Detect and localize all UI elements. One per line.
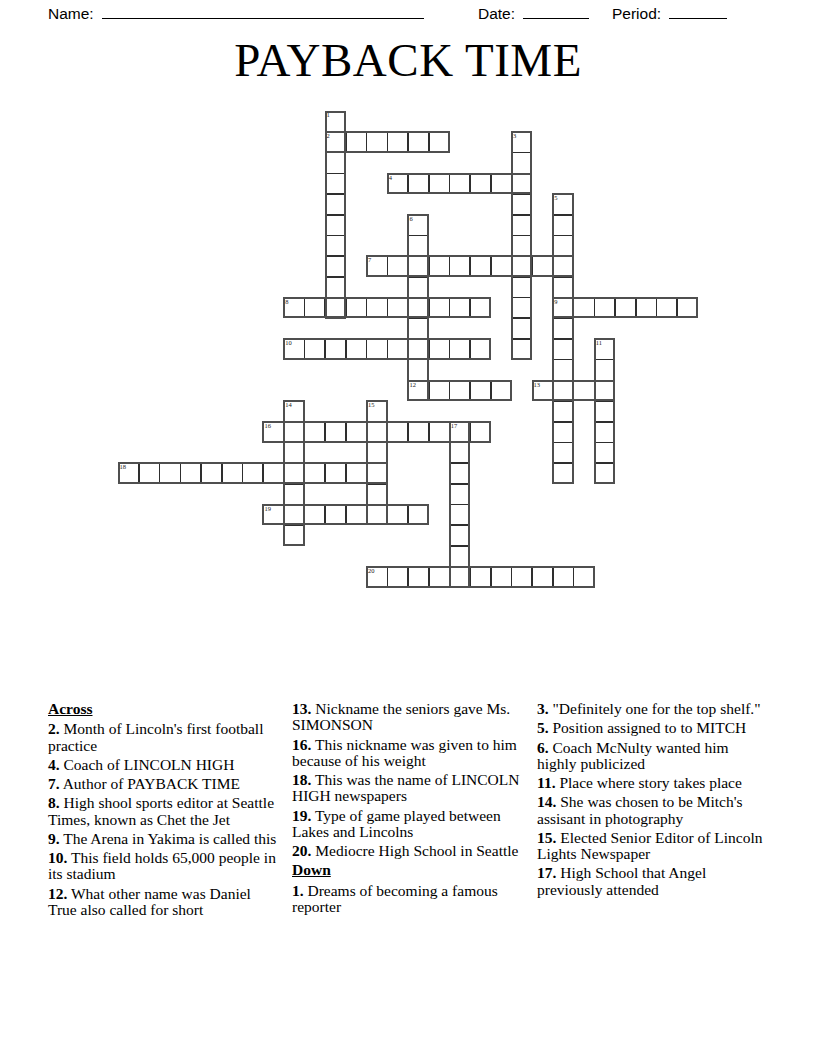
cell-r22c13[interactable] xyxy=(387,566,408,587)
cell-r9c22[interactable] xyxy=(573,297,594,318)
cell-r11c17[interactable] xyxy=(470,339,491,360)
date-blank-line[interactable] xyxy=(523,4,589,19)
cell-r11c15[interactable] xyxy=(429,339,450,360)
cell-r4c19[interactable] xyxy=(511,194,532,215)
cell-r3c13[interactable] xyxy=(387,173,408,194)
cell-r5c14[interactable] xyxy=(408,215,429,236)
cell-r22c19[interactable] xyxy=(511,566,532,587)
cell-r9c15[interactable] xyxy=(429,297,450,318)
cell-r3c17[interactable] xyxy=(470,173,491,194)
cell-r16c21[interactable] xyxy=(553,442,574,463)
cell-r14c21[interactable] xyxy=(553,401,574,422)
clue-down-17: 17. High School that Angel previously at… xyxy=(537,865,771,898)
cell-r17c0[interactable] xyxy=(118,463,139,484)
clue-down-5: 5. Position assigned to to MITCH xyxy=(537,720,771,736)
clue-across-8: 8. High shool sports editor at Seattle T… xyxy=(48,795,278,828)
cell-r9c13[interactable] xyxy=(387,297,408,318)
cell-r11c13[interactable] xyxy=(387,339,408,360)
cell-r19c14[interactable] xyxy=(408,504,429,525)
cell-r9c27[interactable] xyxy=(677,297,698,318)
cell-r16c23[interactable] xyxy=(594,442,615,463)
cell-r17c21[interactable] xyxy=(553,463,574,484)
cell-r7c18[interactable] xyxy=(491,256,512,277)
cell-r19c9[interactable] xyxy=(304,504,325,525)
cell-r9c25[interactable] xyxy=(636,297,657,318)
cell-r19c16[interactable] xyxy=(449,504,470,525)
cell-r8c21[interactable] xyxy=(553,277,574,298)
cell-r13c15[interactable] xyxy=(429,380,450,401)
cell-r8c14[interactable] xyxy=(408,277,429,298)
cell-r11c23[interactable] xyxy=(594,339,615,360)
clue-across-9: 9. The Arena in Yakima is called this xyxy=(48,831,278,847)
cell-r6c21[interactable] xyxy=(553,235,574,256)
cell-r12c23[interactable] xyxy=(594,359,615,380)
cell-r7c21[interactable] xyxy=(553,256,574,277)
cell-r4c10[interactable] xyxy=(325,194,346,215)
period-label: Period: xyxy=(612,5,661,22)
cell-r13c18[interactable] xyxy=(491,380,512,401)
cell-r15c9[interactable] xyxy=(304,422,325,443)
cell-r9c8[interactable] xyxy=(284,297,305,318)
clue-column-1: Across2. Month of Lincoln's first footba… xyxy=(48,701,278,921)
cell-r19c12[interactable] xyxy=(366,504,387,525)
cell-r7c12[interactable] xyxy=(366,256,387,277)
cell-r10c21[interactable] xyxy=(553,318,574,339)
cell-r7c13[interactable] xyxy=(387,256,408,277)
clue-across-10: 10. This field holds 65,000 people in it… xyxy=(48,850,278,883)
cell-r3c19[interactable] xyxy=(511,173,532,194)
cell-r18c8[interactable] xyxy=(284,484,305,505)
cell-r9c9[interactable] xyxy=(304,297,325,318)
cell-r1c15[interactable] xyxy=(429,132,450,153)
cell-r15c11[interactable] xyxy=(346,422,367,443)
cell-r17c6[interactable] xyxy=(242,463,263,484)
cell-r5c19[interactable] xyxy=(511,215,532,236)
cell-r7c15[interactable] xyxy=(429,256,450,277)
cell-r6c19[interactable] xyxy=(511,235,532,256)
cell-r9c26[interactable] xyxy=(656,297,677,318)
cell-r11c16[interactable] xyxy=(449,339,470,360)
cell-r2c19[interactable] xyxy=(511,152,532,173)
cell-r5c10[interactable] xyxy=(325,215,346,236)
cell-r11c8[interactable] xyxy=(284,339,305,360)
cell-r1c19[interactable] xyxy=(511,132,532,153)
clue-across-19: 19. Type of game played between Lakes an… xyxy=(292,808,526,841)
cell-r17c5[interactable] xyxy=(222,463,243,484)
date-label: Date: xyxy=(478,5,515,22)
cell-r7c19[interactable] xyxy=(511,256,532,277)
clue-across-4: 4. Coach of LINCOLN HIGH xyxy=(48,757,278,773)
cell-r19c8[interactable] xyxy=(284,504,305,525)
cell-r20c16[interactable] xyxy=(449,525,470,546)
name-field: Name: xyxy=(48,4,424,23)
cell-r14c12[interactable] xyxy=(366,401,387,422)
cell-r15c14[interactable] xyxy=(408,422,429,443)
cell-r14c23[interactable] xyxy=(594,401,615,422)
cell-r11c21[interactable] xyxy=(553,339,574,360)
cell-r15c12[interactable] xyxy=(366,422,387,443)
clue-across-2: 2. Month of Lincoln's first football pra… xyxy=(48,721,278,754)
cell-r8c10[interactable] xyxy=(325,277,346,298)
cell-r13c20[interactable] xyxy=(532,380,553,401)
cell-r17c23[interactable] xyxy=(594,463,615,484)
cell-r5c21[interactable] xyxy=(553,215,574,236)
cell-r22c14[interactable] xyxy=(408,566,429,587)
cell-r9c14[interactable] xyxy=(408,297,429,318)
cell-r17c8[interactable] xyxy=(284,463,305,484)
cell-r11c19[interactable] xyxy=(511,339,532,360)
cell-r17c11[interactable] xyxy=(346,463,367,484)
cell-r19c11[interactable] xyxy=(346,504,367,525)
cell-r22c15[interactable] xyxy=(429,566,450,587)
cell-r6c14[interactable] xyxy=(408,235,429,256)
cell-r13c16[interactable] xyxy=(449,380,470,401)
cell-r22c16[interactable] xyxy=(449,566,470,587)
cell-r1c12[interactable] xyxy=(366,132,387,153)
cell-r9c17[interactable] xyxy=(470,297,491,318)
cell-r16c8[interactable] xyxy=(284,442,305,463)
cell-r1c11[interactable] xyxy=(346,132,367,153)
cell-r7c20[interactable] xyxy=(532,256,553,277)
cell-r2c10[interactable] xyxy=(325,152,346,173)
clue-across-20: 20. Mediocre High School in Seattle xyxy=(292,843,526,859)
cell-r1c10[interactable] xyxy=(325,132,346,153)
down-heading: Down xyxy=(292,862,526,878)
clue-down-3: 3. "Definitely one for the top shelf." xyxy=(537,701,771,717)
clue-down-15: 15. Elected Senior Editor of Lincoln Lig… xyxy=(537,830,771,863)
cell-r17c3[interactable] xyxy=(180,463,201,484)
cell-r9c19[interactable] xyxy=(511,297,532,318)
clue-down-14: 14. She was chosen to be Mitch's assisan… xyxy=(537,794,771,827)
cell-r13c22[interactable] xyxy=(573,380,594,401)
cell-r11c11[interactable] xyxy=(346,339,367,360)
clue-column-2: 13. Nickname the seniors gave Ms. SIMONS… xyxy=(292,701,526,918)
cell-r11c12[interactable] xyxy=(366,339,387,360)
cell-r9c21[interactable] xyxy=(553,297,574,318)
cell-r13c17[interactable] xyxy=(470,380,491,401)
across-heading: Across xyxy=(48,701,278,717)
cell-r22c18[interactable] xyxy=(491,566,512,587)
cell-r3c16[interactable] xyxy=(449,173,470,194)
cell-r17c1[interactable] xyxy=(139,463,160,484)
cell-r3c14[interactable] xyxy=(408,173,429,194)
cell-r18c16[interactable] xyxy=(449,484,470,505)
period-field: Period: xyxy=(612,4,727,23)
clue-column-3: 3. "Definitely one for the top shelf."5.… xyxy=(537,701,771,901)
cell-r21c16[interactable] xyxy=(449,546,470,567)
cell-r1c14[interactable] xyxy=(408,132,429,153)
cell-r22c17[interactable] xyxy=(470,566,491,587)
cell-r17c9[interactable] xyxy=(304,463,325,484)
cell-r17c12[interactable] xyxy=(366,463,387,484)
cell-r11c10[interactable] xyxy=(325,339,346,360)
cell-r13c14[interactable] xyxy=(408,380,429,401)
cell-r19c10[interactable] xyxy=(325,504,346,525)
clue-across-18: 18. This was the name of LINCOLN HIGH ne… xyxy=(292,772,526,805)
cell-r15c7[interactable] xyxy=(263,422,284,443)
cell-r9c16[interactable] xyxy=(449,297,470,318)
cell-r20c8[interactable] xyxy=(284,525,305,546)
cell-r3c18[interactable] xyxy=(491,173,512,194)
cell-r18c12[interactable] xyxy=(366,484,387,505)
cell-r0c10[interactable] xyxy=(325,111,346,132)
worksheet-page: Name: Date: Period: PAYBACK TIME 2478910… xyxy=(0,0,816,1056)
cell-r15c15[interactable] xyxy=(429,422,450,443)
clue-across-13: 13. Nickname the seniors gave Ms. SIMONS… xyxy=(292,701,526,734)
cell-r15c21[interactable] xyxy=(553,422,574,443)
cell-r17c2[interactable] xyxy=(159,463,180,484)
cell-r22c20[interactable] xyxy=(532,566,553,587)
cell-r16c12[interactable] xyxy=(366,442,387,463)
cell-r22c22[interactable] xyxy=(573,566,594,587)
cell-r9c24[interactable] xyxy=(615,297,636,318)
cell-r9c10[interactable] xyxy=(325,297,346,318)
cell-r9c11[interactable] xyxy=(346,297,367,318)
cell-r17c16[interactable] xyxy=(449,463,470,484)
cell-r9c23[interactable] xyxy=(594,297,615,318)
cell-r15c13[interactable] xyxy=(387,422,408,443)
cell-r6c10[interactable] xyxy=(325,235,346,256)
cell-r7c16[interactable] xyxy=(449,256,470,277)
cell-r4c21[interactable] xyxy=(553,194,574,215)
cell-r12c21[interactable] xyxy=(553,359,574,380)
name-label: Name: xyxy=(48,5,94,22)
cell-r13c23[interactable] xyxy=(594,380,615,401)
clue-across-7: 7. Author of PAYBACK TIME xyxy=(48,776,278,792)
cell-r11c9[interactable] xyxy=(304,339,325,360)
clue-across-12: 12. What other name was Daniel True also… xyxy=(48,886,278,919)
cell-r16c16[interactable] xyxy=(449,442,470,463)
puzzle-title: PAYBACK TIME xyxy=(0,33,816,87)
clue-down-11: 11. Place where story takes place xyxy=(537,775,771,791)
cell-r22c12[interactable] xyxy=(366,566,387,587)
cell-r15c17[interactable] xyxy=(470,422,491,443)
cell-r3c10[interactable] xyxy=(325,173,346,194)
cell-r15c10[interactable] xyxy=(325,422,346,443)
cell-r15c16[interactable] xyxy=(449,422,470,443)
cell-r15c23[interactable] xyxy=(594,422,615,443)
cell-r8c19[interactable] xyxy=(511,277,532,298)
clue-down-1: 1. Dreams of becoming a famous reporter xyxy=(292,883,526,916)
clue-across-16: 16. This nickname was given to him becau… xyxy=(292,737,526,770)
date-field: Date: xyxy=(478,4,589,23)
cell-r3c15[interactable] xyxy=(429,173,450,194)
cell-r19c13[interactable] xyxy=(387,504,408,525)
cell-r1c13[interactable] xyxy=(387,132,408,153)
cell-r17c7[interactable] xyxy=(263,463,284,484)
clue-down-6: 6. Coach McNulty wanted him highly publi… xyxy=(537,740,771,773)
cell-r14c8[interactable] xyxy=(284,401,305,422)
crossword-board: 2478910121316181920135611141517 xyxy=(118,111,698,588)
cell-r17c10[interactable] xyxy=(325,463,346,484)
cell-r13c21[interactable] xyxy=(553,380,574,401)
cell-r7c14[interactable] xyxy=(408,256,429,277)
cell-r9c12[interactable] xyxy=(366,297,387,318)
cell-r7c17[interactable] xyxy=(470,256,491,277)
period-blank-line[interactable] xyxy=(669,4,727,19)
name-blank-line[interactable] xyxy=(102,4,424,19)
cell-r19c7[interactable] xyxy=(263,504,284,525)
cell-r10c14[interactable] xyxy=(408,318,429,339)
cell-r15c8[interactable] xyxy=(284,422,305,443)
cell-r12c14[interactable] xyxy=(408,359,429,380)
cell-r11c14[interactable] xyxy=(408,339,429,360)
cell-r7c10[interactable] xyxy=(325,256,346,277)
cell-r10c19[interactable] xyxy=(511,318,532,339)
cell-r17c4[interactable] xyxy=(201,463,222,484)
cell-r22c21[interactable] xyxy=(553,566,574,587)
